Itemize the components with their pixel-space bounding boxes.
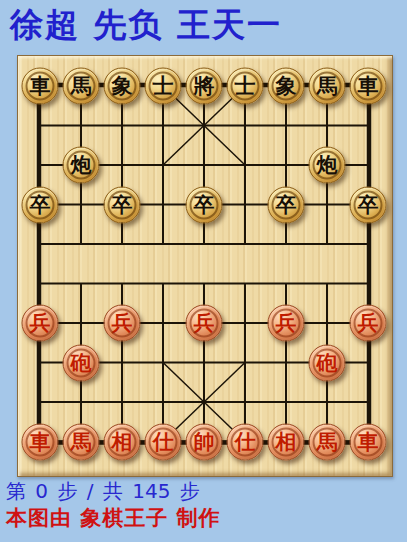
- piece-glyph: 兵: [30, 312, 51, 333]
- piece-glyph: 象: [276, 75, 297, 96]
- piece-glyph: 仕: [153, 430, 174, 451]
- piece-red-soldier[interactable]: 兵: [268, 305, 305, 342]
- piece-glyph: 砲: [71, 351, 92, 372]
- piece-black-advisor[interactable]: 士: [227, 68, 264, 105]
- piece-glyph: 相: [276, 430, 297, 451]
- piece-red-horse[interactable]: 馬: [63, 423, 100, 460]
- piece-glyph: 士: [153, 75, 174, 96]
- piece-glyph: 車: [30, 430, 51, 451]
- piece-red-general[interactable]: 帥: [186, 423, 223, 460]
- piece-black-horse[interactable]: 馬: [63, 68, 100, 105]
- piece-red-advisor[interactable]: 仕: [145, 423, 182, 460]
- board-grid: 車馬象士將士象馬車炮炮卒卒卒卒卒兵兵兵兵兵砲砲車馬相仕帥仕相馬車: [40, 86, 368, 442]
- piece-glyph: 炮: [317, 154, 338, 175]
- piece-glyph: 卒: [112, 193, 133, 214]
- piece-red-cannon[interactable]: 砲: [63, 344, 100, 381]
- credit-text: 本图由 象棋王子 制作: [6, 505, 221, 531]
- piece-black-general[interactable]: 將: [186, 68, 223, 105]
- piece-glyph: 車: [358, 430, 379, 451]
- piece-glyph: 兵: [112, 312, 133, 333]
- piece-glyph: 馬: [71, 75, 92, 96]
- piece-glyph: 帥: [194, 430, 215, 451]
- piece-black-soldier[interactable]: 卒: [350, 186, 387, 223]
- move-counter: 第 0 步 / 共 145 步: [6, 479, 200, 503]
- piece-red-soldier[interactable]: 兵: [350, 305, 387, 342]
- piece-black-soldier[interactable]: 卒: [268, 186, 305, 223]
- piece-black-soldier[interactable]: 卒: [22, 186, 59, 223]
- piece-glyph: 馬: [317, 75, 338, 96]
- piece-glyph: 兵: [194, 312, 215, 333]
- piece-glyph: 兵: [358, 312, 379, 333]
- xiangqi-board[interactable]: 車馬象士將士象馬車炮炮卒卒卒卒卒兵兵兵兵兵砲砲車馬相仕帥仕相馬車: [17, 55, 393, 477]
- piece-red-soldier[interactable]: 兵: [22, 305, 59, 342]
- board-grid-lines: [40, 86, 368, 442]
- piece-glyph: 馬: [317, 430, 338, 451]
- piece-black-soldier[interactable]: 卒: [186, 186, 223, 223]
- piece-black-chariot[interactable]: 車: [22, 68, 59, 105]
- piece-glyph: 象: [112, 75, 133, 96]
- piece-black-cannon[interactable]: 炮: [309, 147, 346, 184]
- piece-glyph: 車: [30, 75, 51, 96]
- piece-glyph: 卒: [30, 193, 51, 214]
- piece-glyph: 馬: [71, 430, 92, 451]
- piece-glyph: 相: [112, 430, 133, 451]
- piece-glyph: 仕: [235, 430, 256, 451]
- piece-red-soldier[interactable]: 兵: [104, 305, 141, 342]
- piece-red-elephant[interactable]: 相: [104, 423, 141, 460]
- piece-glyph: 將: [194, 75, 215, 96]
- piece-red-chariot[interactable]: 車: [22, 423, 59, 460]
- piece-red-horse[interactable]: 馬: [309, 423, 346, 460]
- piece-glyph: 砲: [317, 351, 338, 372]
- game-title: 徐超 先负 王天一: [10, 5, 282, 45]
- piece-glyph: 卒: [358, 193, 379, 214]
- piece-red-chariot[interactable]: 車: [350, 423, 387, 460]
- piece-red-cannon[interactable]: 砲: [309, 344, 346, 381]
- piece-black-soldier[interactable]: 卒: [104, 186, 141, 223]
- piece-glyph: 炮: [71, 154, 92, 175]
- piece-glyph: 卒: [194, 193, 215, 214]
- piece-black-cannon[interactable]: 炮: [63, 147, 100, 184]
- piece-red-elephant[interactable]: 相: [268, 423, 305, 460]
- piece-black-advisor[interactable]: 士: [145, 68, 182, 105]
- piece-red-soldier[interactable]: 兵: [186, 305, 223, 342]
- piece-black-elephant[interactable]: 象: [104, 68, 141, 105]
- piece-glyph: 車: [358, 75, 379, 96]
- piece-red-advisor[interactable]: 仕: [227, 423, 264, 460]
- piece-black-elephant[interactable]: 象: [268, 68, 305, 105]
- piece-black-chariot[interactable]: 車: [350, 68, 387, 105]
- piece-glyph: 卒: [276, 193, 297, 214]
- piece-glyph: 兵: [276, 312, 297, 333]
- piece-glyph: 士: [235, 75, 256, 96]
- piece-black-horse[interactable]: 馬: [309, 68, 346, 105]
